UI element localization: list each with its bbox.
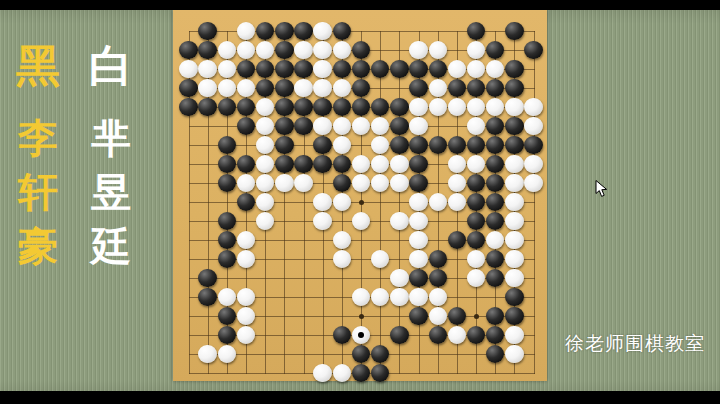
stone-white[interactable] [467,250,485,268]
stone-black[interactable] [218,307,236,325]
stone-white[interactable] [505,345,523,363]
stone-black[interactable] [390,98,408,116]
stone-black[interactable] [390,326,408,344]
stone-white[interactable] [333,79,351,97]
stone-black[interactable] [352,98,370,116]
stone-white[interactable] [313,193,331,211]
stone-black[interactable] [486,117,504,135]
stone-white[interactable] [333,231,351,249]
stone-white[interactable] [333,250,351,268]
stone-black[interactable] [486,193,504,211]
stone-black[interactable] [486,41,504,59]
stone-black[interactable] [352,345,370,363]
stone-white[interactable] [429,98,447,116]
stone-black[interactable] [486,269,504,287]
stone-white[interactable] [486,98,504,116]
stone-white[interactable] [352,288,370,306]
stone-white[interactable] [333,364,351,382]
stone-black[interactable] [237,60,255,78]
stone-black[interactable] [256,79,274,97]
stone-white[interactable] [237,41,255,59]
stone-black[interactable] [294,155,312,173]
stone-white[interactable] [198,79,216,97]
stone-black[interactable] [448,136,466,154]
stone-black[interactable] [218,231,236,249]
stone-black[interactable] [198,98,216,116]
stone-black[interactable] [256,60,274,78]
stone-black[interactable] [218,136,236,154]
stone-white[interactable] [448,193,466,211]
stone-white[interactable] [237,288,255,306]
star-point [474,314,479,319]
stone-black[interactable] [198,22,216,40]
stone-black[interactable] [333,60,351,78]
white-player-name: 芈昱廷 [91,118,131,280]
stone-white[interactable] [409,41,427,59]
stone-white[interactable] [352,155,370,173]
stone-black[interactable] [371,60,389,78]
stone-black[interactable] [467,193,485,211]
stone-white[interactable] [237,326,255,344]
stone-black[interactable] [275,41,293,59]
stone-white[interactable] [256,136,274,154]
stone-black[interactable] [505,60,523,78]
stone-white[interactable] [486,60,504,78]
stone-white[interactable] [409,117,427,135]
stone-white[interactable] [218,288,236,306]
stone-white[interactable] [256,98,274,116]
stone-black[interactable] [179,79,197,97]
stone-black[interactable] [409,174,427,192]
stone-white[interactable] [524,98,542,116]
stone-black[interactable] [448,307,466,325]
stone-black[interactable] [294,117,312,135]
stone-white[interactable] [429,193,447,211]
stone-white[interactable] [409,231,427,249]
stone-black[interactable] [333,174,351,192]
stone-white[interactable] [505,250,523,268]
stone-black[interactable] [467,326,485,344]
stone-white[interactable] [237,250,255,268]
stone-white[interactable] [409,98,427,116]
stone-white[interactable] [371,117,389,135]
stone-black[interactable] [275,22,293,40]
stone-white[interactable] [505,193,523,211]
stone-black[interactable] [275,117,293,135]
stone-black[interactable] [179,41,197,59]
stone-black[interactable] [294,22,312,40]
stone-black[interactable] [294,60,312,78]
stone-white[interactable] [467,269,485,287]
stone-white[interactable] [352,326,370,344]
player-name-char: 芈 [91,118,131,158]
stone-white[interactable] [409,288,427,306]
stone-black[interactable] [218,174,236,192]
stone-white[interactable] [218,79,236,97]
stone-white[interactable] [313,364,331,382]
stone-white[interactable] [313,22,331,40]
stone-white[interactable] [505,269,523,287]
stone-white[interactable] [237,174,255,192]
stone-white[interactable] [390,155,408,173]
stone-white[interactable] [179,60,197,78]
stone-black[interactable] [505,288,523,306]
stone-black[interactable] [467,136,485,154]
mouse-cursor-icon [595,180,608,202]
stone-black[interactable] [505,117,523,135]
stone-white[interactable] [313,212,331,230]
stone-black[interactable] [313,136,331,154]
stone-black[interactable] [218,98,236,116]
stone-black[interactable] [352,79,370,97]
stone-black[interactable] [198,269,216,287]
grid-line [399,31,400,374]
grid-line [534,31,535,374]
stone-black[interactable] [524,41,542,59]
black-player-panel: 黑 李轩豪 [16,44,60,280]
stone-white[interactable] [198,345,216,363]
letterbox-bottom [0,391,720,404]
stone-black[interactable] [237,193,255,211]
stone-black[interactable] [275,98,293,116]
stone-white[interactable] [524,117,542,135]
stone-white[interactable] [313,79,331,97]
stone-white[interactable] [524,155,542,173]
stone-black[interactable] [467,174,485,192]
stone-white[interactable] [371,136,389,154]
stone-white[interactable] [486,231,504,249]
stone-black[interactable] [218,250,236,268]
stone-white[interactable] [448,174,466,192]
stone-black[interactable] [218,212,236,230]
stone-black[interactable] [179,98,197,116]
stone-black[interactable] [333,326,351,344]
stone-white[interactable] [467,41,485,59]
stone-white[interactable] [294,174,312,192]
player-name-char: 豪 [18,226,58,266]
stone-white[interactable] [333,41,351,59]
stone-white[interactable] [409,250,427,268]
stone-black[interactable] [467,22,485,40]
stone-white[interactable] [218,345,236,363]
stone-black[interactable] [237,98,255,116]
stone-black[interactable] [524,136,542,154]
stone-white[interactable] [256,155,274,173]
stone-white[interactable] [505,155,523,173]
stone-white[interactable] [371,174,389,192]
stone-black[interactable] [371,345,389,363]
stone-white[interactable] [256,174,274,192]
stone-black[interactable] [333,98,351,116]
stone-black[interactable] [486,345,504,363]
stone-white[interactable] [237,79,255,97]
stone-black[interactable] [198,288,216,306]
stone-black[interactable] [448,79,466,97]
player-name-char: 李 [18,118,58,158]
stone-black[interactable] [198,41,216,59]
stone-white[interactable] [524,174,542,192]
stone-black[interactable] [275,136,293,154]
stone-black[interactable] [275,155,293,173]
stone-black[interactable] [429,326,447,344]
last-move-marker [358,332,364,338]
stone-white[interactable] [237,307,255,325]
star-point [359,200,364,205]
stone-white[interactable] [218,41,236,59]
stone-white[interactable] [371,250,389,268]
stone-white[interactable] [275,174,293,192]
watermark-text: 徐老师围棋教室 [565,331,705,357]
stone-black[interactable] [486,174,504,192]
stone-white[interactable] [505,98,523,116]
player-name-char: 昱 [91,172,131,212]
stone-white[interactable] [352,117,370,135]
go-board[interactable] [173,10,547,381]
stone-black[interactable] [352,60,370,78]
stone-black[interactable] [505,79,523,97]
stone-white[interactable] [256,212,274,230]
star-point [359,314,364,319]
letterbox-top [0,0,720,10]
stone-white[interactable] [505,212,523,230]
stone-black[interactable] [371,98,389,116]
stone-white[interactable] [256,41,274,59]
stone-black[interactable] [313,155,331,173]
white-player-panel: 白 芈昱廷 [89,44,133,280]
stone-black[interactable] [467,79,485,97]
stone-black[interactable] [333,155,351,173]
stone-black[interactable] [390,136,408,154]
stone-white[interactable] [237,231,255,249]
stone-white[interactable] [429,41,447,59]
stone-white[interactable] [256,193,274,211]
grid-line [380,31,381,374]
stone-black[interactable] [409,307,427,325]
stone-white[interactable] [333,117,351,135]
stone-white[interactable] [505,174,523,192]
stone-black[interactable] [486,326,504,344]
stone-white[interactable] [505,231,523,249]
stone-black[interactable] [467,212,485,230]
video-frame: 黑 李轩豪 白 芈昱廷 徐老师围棋教室 [0,0,720,404]
stone-black[interactable] [333,22,351,40]
stone-white[interactable] [409,212,427,230]
stone-white[interactable] [467,155,485,173]
stone-white[interactable] [313,117,331,135]
stone-black[interactable] [256,22,274,40]
stone-white[interactable] [448,60,466,78]
stone-white[interactable] [294,79,312,97]
stone-white[interactable] [333,136,351,154]
stone-black[interactable] [467,231,485,249]
stone-white[interactable] [467,60,485,78]
stone-black[interactable] [448,231,466,249]
stone-white[interactable] [313,60,331,78]
stone-black[interactable] [486,212,504,230]
stone-black[interactable] [429,136,447,154]
stone-black[interactable] [275,79,293,97]
stone-black[interactable] [486,307,504,325]
player-name-char: 轩 [18,172,58,212]
stone-white[interactable] [467,117,485,135]
black-player-label: 黑 [16,44,60,88]
stone-black[interactable] [505,22,523,40]
stone-white[interactable] [390,288,408,306]
white-player-label: 白 [89,44,133,88]
stone-white[interactable] [448,98,466,116]
stone-white[interactable] [218,60,236,78]
stone-white[interactable] [429,307,447,325]
stone-black[interactable] [486,155,504,173]
stone-black[interactable] [486,136,504,154]
stone-black[interactable] [294,98,312,116]
stone-white[interactable] [371,288,389,306]
stone-white[interactable] [256,117,274,135]
player-name-char: 廷 [91,226,131,266]
stone-white[interactable] [198,60,216,78]
stone-black[interactable] [352,364,370,382]
stone-black[interactable] [429,269,447,287]
stone-black[interactable] [486,250,504,268]
stone-black[interactable] [218,326,236,344]
black-player-name: 李轩豪 [18,118,58,280]
stone-white[interactable] [448,326,466,344]
stone-black[interactable] [486,79,504,97]
stone-white[interactable] [505,326,523,344]
stone-white[interactable] [390,174,408,192]
stone-black[interactable] [352,41,370,59]
stone-white[interactable] [352,212,370,230]
stone-black[interactable] [409,269,427,287]
stone-black[interactable] [429,60,447,78]
stone-white[interactable] [390,269,408,287]
stone-white[interactable] [371,155,389,173]
stone-black[interactable] [275,60,293,78]
stone-white[interactable] [294,41,312,59]
stone-black[interactable] [313,98,331,116]
stone-white[interactable] [333,193,351,211]
stone-white[interactable] [429,288,447,306]
stone-white[interactable] [429,79,447,97]
stone-white[interactable] [390,212,408,230]
stone-black[interactable] [505,136,523,154]
stone-white[interactable] [409,193,427,211]
stone-black[interactable] [237,117,255,135]
stone-black[interactable] [409,60,427,78]
stone-black[interactable] [505,307,523,325]
stone-black[interactable] [371,364,389,382]
stone-black[interactable] [218,155,236,173]
stone-black[interactable] [390,117,408,135]
stone-black[interactable] [390,60,408,78]
stone-white[interactable] [237,22,255,40]
stone-black[interactable] [409,136,427,154]
stone-white[interactable] [467,98,485,116]
stone-black[interactable] [409,155,427,173]
stone-white[interactable] [352,174,370,192]
stone-white[interactable] [313,41,331,59]
stone-black[interactable] [237,155,255,173]
stone-black[interactable] [429,250,447,268]
stone-white[interactable] [448,155,466,173]
stone-black[interactable] [409,79,427,97]
